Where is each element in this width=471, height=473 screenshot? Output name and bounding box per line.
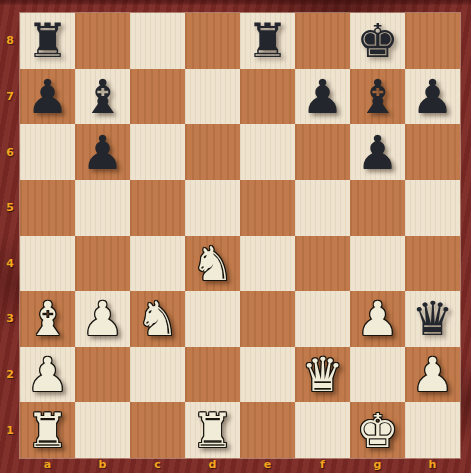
black-pawn-piece[interactable]: ♟	[411, 73, 453, 120]
square-e4[interactable]	[240, 236, 295, 292]
square-d6[interactable]	[185, 124, 240, 180]
square-e6[interactable]	[240, 124, 295, 180]
square-f2[interactable]: ♛	[295, 347, 350, 403]
square-h7[interactable]: ♟	[405, 69, 460, 125]
square-a4[interactable]	[20, 236, 75, 292]
square-d2[interactable]	[185, 347, 240, 403]
black-queen-piece[interactable]: ♛	[411, 295, 453, 342]
square-h2[interactable]: ♟	[405, 347, 460, 403]
square-h4[interactable]	[405, 236, 460, 292]
square-h6[interactable]	[405, 124, 460, 180]
square-f6[interactable]	[295, 124, 350, 180]
square-b8[interactable]	[75, 13, 130, 69]
square-a8[interactable]: ♜	[20, 13, 75, 69]
rank-label-5: 5	[0, 180, 20, 236]
square-f5[interactable]	[295, 180, 350, 236]
file-label-b: b	[75, 458, 130, 473]
rank-labels: 87654321	[0, 13, 20, 458]
black-rook-piece[interactable]: ♜	[26, 17, 68, 64]
black-king-piece[interactable]: ♚	[356, 17, 398, 64]
square-g1[interactable]: ♚	[350, 402, 405, 458]
square-g8[interactable]: ♚	[350, 13, 405, 69]
rank-label-6: 6	[0, 124, 20, 180]
black-pawn-piece[interactable]: ♟	[356, 129, 398, 176]
white-bishop-piece[interactable]: ♝	[26, 295, 68, 342]
black-bishop-piece[interactable]: ♝	[81, 73, 123, 120]
file-label-d: d	[185, 458, 240, 473]
square-c2[interactable]	[130, 347, 185, 403]
square-g7[interactable]: ♝	[350, 69, 405, 125]
square-e1[interactable]	[240, 402, 295, 458]
white-knight-piece[interactable]: ♞	[191, 240, 233, 287]
square-d1[interactable]: ♜	[185, 402, 240, 458]
file-label-a: a	[20, 458, 75, 473]
square-h8[interactable]	[405, 13, 460, 69]
square-c5[interactable]	[130, 180, 185, 236]
square-d4[interactable]: ♞	[185, 236, 240, 292]
square-a7[interactable]: ♟	[20, 69, 75, 125]
square-f7[interactable]: ♟	[295, 69, 350, 125]
square-c4[interactable]	[130, 236, 185, 292]
square-a2[interactable]: ♟	[20, 347, 75, 403]
square-f4[interactable]	[295, 236, 350, 292]
white-queen-piece[interactable]: ♛	[301, 351, 343, 398]
square-h1[interactable]	[405, 402, 460, 458]
square-c8[interactable]	[130, 13, 185, 69]
white-pawn-piece[interactable]: ♟	[356, 295, 398, 342]
file-label-c: c	[130, 458, 185, 473]
square-e7[interactable]	[240, 69, 295, 125]
rank-label-7: 7	[0, 69, 20, 125]
square-b7[interactable]: ♝	[75, 69, 130, 125]
square-d3[interactable]	[185, 291, 240, 347]
square-f8[interactable]	[295, 13, 350, 69]
black-bishop-piece[interactable]: ♝	[356, 73, 398, 120]
file-label-g: g	[350, 458, 405, 473]
white-pawn-piece[interactable]: ♟	[26, 351, 68, 398]
board-frame: 87654321 ♜♜♚♟♝♟♝♟♟♟♞♝♟♞♟♛♟♛♟♜♜♚ abcdefgh	[0, 0, 471, 473]
rank-label-2: 2	[0, 347, 20, 403]
black-pawn-piece[interactable]: ♟	[301, 73, 343, 120]
square-g2[interactable]	[350, 347, 405, 403]
square-g5[interactable]	[350, 180, 405, 236]
black-rook-piece[interactable]: ♜	[246, 17, 288, 64]
square-a3[interactable]: ♝	[20, 291, 75, 347]
white-king-piece[interactable]: ♚	[356, 407, 398, 454]
square-b5[interactable]	[75, 180, 130, 236]
square-d7[interactable]	[185, 69, 240, 125]
rank-label-1: 1	[0, 402, 20, 458]
square-d8[interactable]	[185, 13, 240, 69]
square-g3[interactable]: ♟	[350, 291, 405, 347]
file-label-f: f	[295, 458, 350, 473]
square-e3[interactable]	[240, 291, 295, 347]
chess-board: ♜♜♚♟♝♟♝♟♟♟♞♝♟♞♟♛♟♛♟♜♜♚	[20, 13, 460, 458]
square-b2[interactable]	[75, 347, 130, 403]
square-a1[interactable]: ♜	[20, 402, 75, 458]
square-e2[interactable]	[240, 347, 295, 403]
white-pawn-piece[interactable]: ♟	[411, 351, 453, 398]
rank-label-4: 4	[0, 236, 20, 292]
white-rook-piece[interactable]: ♜	[191, 407, 233, 454]
square-h3[interactable]: ♛	[405, 291, 460, 347]
square-c3[interactable]: ♞	[130, 291, 185, 347]
file-label-e: e	[240, 458, 295, 473]
square-b4[interactable]	[75, 236, 130, 292]
square-f3[interactable]	[295, 291, 350, 347]
square-h5[interactable]	[405, 180, 460, 236]
square-b3[interactable]: ♟	[75, 291, 130, 347]
white-rook-piece[interactable]: ♜	[26, 407, 68, 454]
black-pawn-piece[interactable]: ♟	[81, 129, 123, 176]
square-b1[interactable]	[75, 402, 130, 458]
square-g4[interactable]	[350, 236, 405, 292]
square-f1[interactable]	[295, 402, 350, 458]
file-labels: abcdefgh	[20, 458, 460, 473]
square-b6[interactable]: ♟	[75, 124, 130, 180]
square-e8[interactable]: ♜	[240, 13, 295, 69]
square-c7[interactable]	[130, 69, 185, 125]
rank-label-8: 8	[0, 13, 20, 69]
white-pawn-piece[interactable]: ♟	[81, 295, 123, 342]
square-c6[interactable]	[130, 124, 185, 180]
white-knight-piece[interactable]: ♞	[136, 295, 178, 342]
black-pawn-piece[interactable]: ♟	[26, 73, 68, 120]
rank-label-3: 3	[0, 291, 20, 347]
square-a6[interactable]	[20, 124, 75, 180]
square-d5[interactable]	[185, 180, 240, 236]
square-e5[interactable]	[240, 180, 295, 236]
square-g6[interactable]: ♟	[350, 124, 405, 180]
square-c1[interactable]	[130, 402, 185, 458]
square-a5[interactable]	[20, 180, 75, 236]
file-label-h: h	[405, 458, 460, 473]
